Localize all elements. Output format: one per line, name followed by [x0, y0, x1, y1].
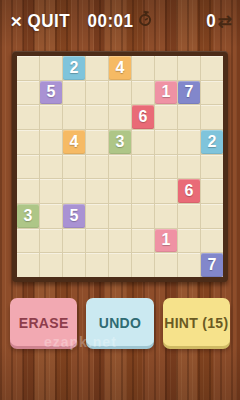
cell-r3c6[interactable]: 6 [132, 105, 154, 129]
swap-arrows-icon: ⇄ [218, 13, 232, 30]
sudoku-board: 24517643263517 [12, 51, 228, 282]
stopwatch-icon [136, 9, 154, 32]
cell-r8c6[interactable] [132, 229, 154, 253]
erase-button[interactable]: ERASE [10, 298, 77, 346]
cell-r3c2[interactable] [40, 105, 62, 129]
cell-r9c1[interactable] [17, 253, 39, 277]
cell-r8c7[interactable]: 1 [155, 229, 177, 253]
undo-button[interactable]: UNDO [86, 298, 153, 346]
move-count: 0 [206, 10, 215, 32]
cell-r5c3[interactable] [63, 155, 85, 179]
cell-r3c7[interactable] [155, 105, 177, 129]
cell-r1c1[interactable] [17, 56, 39, 80]
cell-r7c6[interactable] [132, 204, 154, 228]
cell-r6c4[interactable] [86, 179, 108, 203]
cell-r3c4[interactable] [86, 105, 108, 129]
cell-r2c4[interactable] [86, 81, 108, 105]
timer-value: 00:01 [88, 10, 134, 32]
cell-r3c8[interactable] [178, 105, 200, 129]
cell-r8c1[interactable] [17, 229, 39, 253]
cell-r6c8[interactable]: 6 [178, 179, 200, 203]
cell-r5c4[interactable] [86, 155, 108, 179]
cell-r2c1[interactable] [17, 81, 39, 105]
cell-r1c9[interactable] [201, 56, 223, 80]
cell-r7c5[interactable] [109, 204, 131, 228]
cell-r2c8[interactable]: 7 [178, 81, 200, 105]
cell-r5c6[interactable] [132, 155, 154, 179]
cell-r1c4[interactable] [86, 56, 108, 80]
cell-r4c1[interactable] [17, 130, 39, 154]
cell-r3c5[interactable] [109, 105, 131, 129]
cell-r4c9[interactable]: 2 [201, 130, 223, 154]
cell-r6c9[interactable] [201, 179, 223, 203]
cell-r3c9[interactable] [201, 105, 223, 129]
cell-r6c5[interactable] [109, 179, 131, 203]
cell-r8c2[interactable] [40, 229, 62, 253]
cell-r2c7[interactable]: 1 [155, 81, 177, 105]
cell-r9c2[interactable] [40, 253, 62, 277]
cell-r7c9[interactable] [201, 204, 223, 228]
cell-r9c5[interactable] [109, 253, 131, 277]
cell-r7c2[interactable] [40, 204, 62, 228]
cell-r1c7[interactable] [155, 56, 177, 80]
cell-r2c5[interactable] [109, 81, 131, 105]
cell-r5c5[interactable] [109, 155, 131, 179]
cell-r5c1[interactable] [17, 155, 39, 179]
game-screen: ✕ QUIT 00:01 0 ⇄ 24517643263517 [0, 0, 240, 400]
cell-r6c1[interactable] [17, 179, 39, 203]
cell-r1c8[interactable] [178, 56, 200, 80]
cell-r6c7[interactable] [155, 179, 177, 203]
cell-r5c9[interactable] [201, 155, 223, 179]
cell-r8c3[interactable] [63, 229, 85, 253]
cell-r4c3[interactable]: 4 [63, 130, 85, 154]
cell-r6c3[interactable] [63, 179, 85, 203]
cell-r7c7[interactable] [155, 204, 177, 228]
cell-r9c4[interactable] [86, 253, 108, 277]
cell-r2c3[interactable] [63, 81, 85, 105]
cell-r5c2[interactable] [40, 155, 62, 179]
cell-r6c2[interactable] [40, 179, 62, 203]
move-counter: 0 ⇄ [206, 11, 232, 31]
cell-r4c6[interactable] [132, 130, 154, 154]
cell-r9c6[interactable] [132, 253, 154, 277]
cell-r4c5[interactable]: 3 [109, 130, 131, 154]
cell-r1c6[interactable] [132, 56, 154, 80]
cell-r5c7[interactable] [155, 155, 177, 179]
cell-r7c1[interactable]: 3 [17, 204, 39, 228]
cell-r7c3[interactable]: 5 [63, 204, 85, 228]
cell-r9c3[interactable] [63, 253, 85, 277]
quit-button[interactable]: ✕ QUIT [10, 11, 70, 31]
sudoku-grid: 24517643263517 [17, 56, 223, 277]
cell-r9c8[interactable] [178, 253, 200, 277]
cell-r3c3[interactable] [63, 105, 85, 129]
action-buttons: ERASE UNDO HINT (15) [10, 298, 230, 346]
cell-r8c8[interactable] [178, 229, 200, 253]
cell-r3c1[interactable] [17, 105, 39, 129]
cell-r6c6[interactable] [132, 179, 154, 203]
timer: 00:01 [88, 11, 153, 31]
cell-r1c5[interactable]: 4 [109, 56, 131, 80]
cell-r8c9[interactable] [201, 229, 223, 253]
cell-r5c8[interactable] [178, 155, 200, 179]
cell-r4c8[interactable] [178, 130, 200, 154]
cell-r9c7[interactable] [155, 253, 177, 277]
cell-r7c8[interactable] [178, 204, 200, 228]
cell-r8c4[interactable] [86, 229, 108, 253]
cell-r7c4[interactable] [86, 204, 108, 228]
cell-r4c4[interactable] [86, 130, 108, 154]
hint-button[interactable]: HINT (15) [163, 298, 230, 346]
cell-r8c5[interactable] [109, 229, 131, 253]
cell-r1c2[interactable] [40, 56, 62, 80]
top-bar: ✕ QUIT 00:01 0 ⇄ [0, 8, 240, 34]
cell-r1c3[interactable]: 2 [63, 56, 85, 80]
quit-label: QUIT [28, 10, 71, 32]
cell-r2c6[interactable] [132, 81, 154, 105]
cell-r4c2[interactable] [40, 130, 62, 154]
close-icon: ✕ [10, 14, 23, 29]
cell-r9c9[interactable]: 7 [201, 253, 223, 277]
cell-r2c2[interactable]: 5 [40, 81, 62, 105]
cell-r4c7[interactable] [155, 130, 177, 154]
cell-r2c9[interactable] [201, 81, 223, 105]
